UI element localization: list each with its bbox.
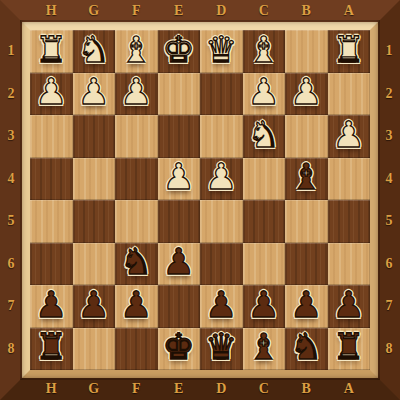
square-c7[interactable]: ♟ bbox=[243, 285, 286, 328]
square-c8[interactable]: ♝ bbox=[243, 328, 286, 371]
square-b1[interactable] bbox=[285, 30, 328, 73]
square-h8[interactable]: ♜ bbox=[30, 328, 73, 371]
square-d8[interactable]: ♛ bbox=[200, 328, 243, 371]
white-pawn-piece[interactable]: ♟ bbox=[163, 159, 195, 195]
square-a3[interactable]: ♟ bbox=[328, 115, 371, 158]
square-f5[interactable] bbox=[115, 200, 158, 243]
square-c2[interactable]: ♟ bbox=[243, 73, 286, 116]
square-f1[interactable]: ♝ bbox=[115, 30, 158, 73]
black-pawn-piece[interactable]: ♟ bbox=[290, 287, 322, 323]
square-a8[interactable]: ♜ bbox=[328, 328, 371, 371]
square-g5[interactable] bbox=[73, 200, 116, 243]
square-h6[interactable] bbox=[30, 243, 73, 286]
square-d2[interactable] bbox=[200, 73, 243, 116]
square-b5[interactable] bbox=[285, 200, 328, 243]
black-rook-piece[interactable]: ♜ bbox=[333, 329, 365, 365]
square-d3[interactable] bbox=[200, 115, 243, 158]
white-bishop-piece[interactable]: ♝ bbox=[120, 32, 152, 68]
black-pawn-piece[interactable]: ♟ bbox=[248, 287, 280, 323]
square-g4[interactable] bbox=[73, 158, 116, 201]
square-f4[interactable] bbox=[115, 158, 158, 201]
square-e8[interactable]: ♚ bbox=[158, 328, 201, 371]
square-f8[interactable] bbox=[115, 328, 158, 371]
square-g1[interactable]: ♞ bbox=[73, 30, 116, 73]
black-bishop-piece[interactable]: ♝ bbox=[290, 159, 322, 195]
square-d6[interactable] bbox=[200, 243, 243, 286]
square-f7[interactable]: ♟ bbox=[115, 285, 158, 328]
white-bishop-piece[interactable]: ♝ bbox=[248, 32, 280, 68]
square-h5[interactable] bbox=[30, 200, 73, 243]
square-c5[interactable] bbox=[243, 200, 286, 243]
white-pawn-piece[interactable]: ♟ bbox=[35, 74, 67, 110]
square-e4[interactable]: ♟ bbox=[158, 158, 201, 201]
white-rook-piece[interactable]: ♜ bbox=[333, 32, 365, 68]
white-pawn-piece[interactable]: ♟ bbox=[248, 74, 280, 110]
black-knight-piece[interactable]: ♞ bbox=[120, 244, 152, 280]
black-pawn-piece[interactable]: ♟ bbox=[205, 287, 237, 323]
white-pawn-piece[interactable]: ♟ bbox=[290, 74, 322, 110]
square-g7[interactable]: ♟ bbox=[73, 285, 116, 328]
square-d7[interactable]: ♟ bbox=[200, 285, 243, 328]
square-e1[interactable]: ♚ bbox=[158, 30, 201, 73]
square-d4[interactable]: ♟ bbox=[200, 158, 243, 201]
black-queen-piece[interactable]: ♛ bbox=[205, 329, 237, 365]
black-knight-piece[interactable]: ♞ bbox=[290, 329, 322, 365]
square-b6[interactable] bbox=[285, 243, 328, 286]
square-f3[interactable] bbox=[115, 115, 158, 158]
black-pawn-piece[interactable]: ♟ bbox=[35, 287, 67, 323]
square-b3[interactable] bbox=[285, 115, 328, 158]
square-a4[interactable] bbox=[328, 158, 371, 201]
square-c6[interactable] bbox=[243, 243, 286, 286]
square-b8[interactable]: ♞ bbox=[285, 328, 328, 371]
square-g2[interactable]: ♟ bbox=[73, 73, 116, 116]
square-h2[interactable]: ♟ bbox=[30, 73, 73, 116]
white-pawn-piece[interactable]: ♟ bbox=[78, 74, 110, 110]
square-a2[interactable] bbox=[328, 73, 371, 116]
chess-board: ♜♞♝♚♛♝♜♟♟♟♟♟♞♟♟♟♝♞♟♟♟♟♟♟♟♟♜♚♛♝♞♜ bbox=[30, 30, 370, 370]
square-e7[interactable] bbox=[158, 285, 201, 328]
black-pawn-piece[interactable]: ♟ bbox=[78, 287, 110, 323]
square-a6[interactable] bbox=[328, 243, 371, 286]
board-mat: ♜♞♝♚♛♝♜♟♟♟♟♟♞♟♟♟♝♞♟♟♟♟♟♟♟♟♜♚♛♝♞♜ bbox=[22, 22, 378, 378]
white-knight-piece[interactable]: ♞ bbox=[248, 117, 280, 153]
white-queen-piece[interactable]: ♛ bbox=[205, 32, 237, 68]
square-a1[interactable]: ♜ bbox=[328, 30, 371, 73]
square-g3[interactable] bbox=[73, 115, 116, 158]
square-h3[interactable] bbox=[30, 115, 73, 158]
black-pawn-piece[interactable]: ♟ bbox=[163, 244, 195, 280]
black-bishop-piece[interactable]: ♝ bbox=[248, 329, 280, 365]
square-b2[interactable]: ♟ bbox=[285, 73, 328, 116]
square-h1[interactable]: ♜ bbox=[30, 30, 73, 73]
white-knight-piece[interactable]: ♞ bbox=[78, 32, 110, 68]
square-g6[interactable] bbox=[73, 243, 116, 286]
square-e6[interactable]: ♟ bbox=[158, 243, 201, 286]
square-g8[interactable] bbox=[73, 328, 116, 371]
square-b4[interactable]: ♝ bbox=[285, 158, 328, 201]
board-frame: ♜♞♝♚♛♝♜♟♟♟♟♟♞♟♟♟♝♞♟♟♟♟♟♟♟♟♜♚♛♝♞♜ bbox=[0, 0, 400, 400]
square-e3[interactable] bbox=[158, 115, 201, 158]
chess-app: ♜♞♝♚♛♝♜♟♟♟♟♟♞♟♟♟♝♞♟♟♟♟♟♟♟♟♜♚♛♝♞♜ HGFEDCB… bbox=[0, 0, 400, 400]
square-h7[interactable]: ♟ bbox=[30, 285, 73, 328]
white-king-piece[interactable]: ♚ bbox=[163, 32, 195, 68]
white-pawn-piece[interactable]: ♟ bbox=[120, 74, 152, 110]
square-b7[interactable]: ♟ bbox=[285, 285, 328, 328]
square-e2[interactable] bbox=[158, 73, 201, 116]
square-e5[interactable] bbox=[158, 200, 201, 243]
white-rook-piece[interactable]: ♜ bbox=[35, 32, 67, 68]
square-f2[interactable]: ♟ bbox=[115, 73, 158, 116]
square-c4[interactable] bbox=[243, 158, 286, 201]
black-pawn-piece[interactable]: ♟ bbox=[120, 287, 152, 323]
square-h4[interactable] bbox=[30, 158, 73, 201]
white-pawn-piece[interactable]: ♟ bbox=[333, 117, 365, 153]
square-c3[interactable]: ♞ bbox=[243, 115, 286, 158]
square-a5[interactable] bbox=[328, 200, 371, 243]
square-f6[interactable]: ♞ bbox=[115, 243, 158, 286]
square-c1[interactable]: ♝ bbox=[243, 30, 286, 73]
black-king-piece[interactable]: ♚ bbox=[163, 329, 195, 365]
square-d5[interactable] bbox=[200, 200, 243, 243]
square-d1[interactable]: ♛ bbox=[200, 30, 243, 73]
square-a7[interactable]: ♟ bbox=[328, 285, 371, 328]
black-rook-piece[interactable]: ♜ bbox=[35, 329, 67, 365]
white-pawn-piece[interactable]: ♟ bbox=[205, 159, 237, 195]
black-pawn-piece[interactable]: ♟ bbox=[333, 287, 365, 323]
